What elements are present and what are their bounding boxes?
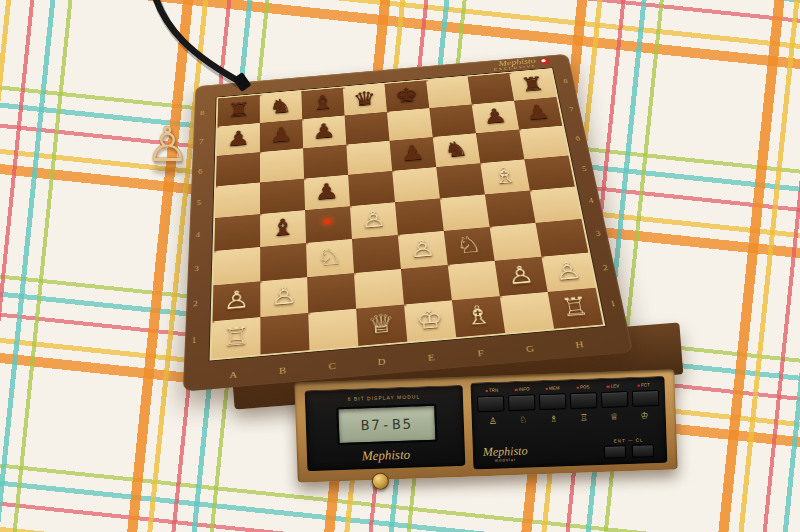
key-row [477,390,659,412]
piece-black-knight[interactable]: ♞ [443,138,470,160]
square-g6[interactable] [476,129,524,163]
piece-white-pawn[interactable]: ♙ [271,282,298,308]
square-h7[interactable]: ♟ [514,97,562,129]
square-d6[interactable] [346,141,392,175]
rank-label-5: 5 [196,186,202,218]
square-a5[interactable] [215,182,260,218]
piece-black-rook[interactable]: ♜ [519,73,546,94]
key-lev[interactable] [601,391,629,408]
square-e8[interactable]: ♚ [384,80,429,112]
square-h3[interactable] [536,219,589,257]
piece-black-pawn[interactable]: ♟ [226,127,250,149]
file-label-h: H [554,337,605,351]
square-f2[interactable] [448,261,500,301]
rank-label-2: 2 [192,285,198,321]
piece-white-knight[interactable]: ♘ [316,244,343,269]
square-f1[interactable]: ♗ [452,296,505,337]
display-module: 8 BIT DISPLAY MODUL B7-B5 Mephisto [305,385,466,471]
piece-black-pawn[interactable]: ♟ [524,101,551,122]
square-c3[interactable]: ♘ [306,239,354,277]
key-label-trn: TRN [477,387,507,393]
piece-white-knight[interactable]: ♘ [454,232,483,257]
square-h1[interactable]: ♖ [548,288,603,329]
key-info[interactable] [508,394,536,411]
square-b6[interactable] [260,148,304,182]
piece-symbol-key-1[interactable]: ♘ [508,414,539,425]
key-trn[interactable] [477,395,505,412]
piece-black-pawn[interactable]: ♟ [312,120,337,142]
piece-white-pawn[interactable]: ♙ [553,258,584,284]
playing-area: ♜♞♝♛♚♜♟♟♟♟♟♟♞♟♗♝♙♘♙♘♙♙♙♙♖♕♔♗♖ [210,68,606,361]
square-g5[interactable]: ♗ [480,159,530,194]
piece-black-pawn[interactable]: ♟ [269,123,293,145]
cl-key[interactable] [632,444,654,458]
square-g7[interactable]: ♟ [472,101,519,134]
square-h4[interactable] [530,187,582,223]
captured-white-pawn[interactable]: ♙ [146,120,189,168]
square-h2[interactable]: ♙ [541,253,595,292]
square-e3[interactable]: ♙ [398,231,448,269]
square-c7[interactable]: ♟ [302,116,346,149]
ent-cl-block: ENT — CL [599,437,660,459]
board-grid: ♜♞♝♛♚♜♟♟♟♟♟♟♞♟♗♝♙♘♙♘♙♙♙♙♖♕♔♗♖ [212,69,604,358]
square-g8[interactable] [468,73,514,104]
piece-white-rook[interactable]: ♖ [223,322,250,350]
key-label-info: INFO [507,386,537,392]
square-c6[interactable] [303,145,348,179]
square-h6[interactable] [519,126,568,160]
rank-label-6: 6 [197,156,202,187]
square-e1[interactable]: ♔ [404,300,456,341]
square-d5[interactable] [348,171,395,206]
square-f5[interactable] [436,163,485,198]
piece-white-pawn[interactable]: ♙ [223,286,250,312]
file-label-d: D [357,354,407,368]
square-e7[interactable] [387,108,433,141]
power-cable [128,0,278,106]
rank-label-2: 2 [599,250,611,285]
square-g4[interactable] [485,190,536,226]
square-e4[interactable] [395,198,444,235]
rank-label-7: 7 [566,95,576,124]
square-a1[interactable]: ♖ [212,317,261,359]
rank-label-3: 3 [194,251,200,286]
piece-white-bishop[interactable]: ♗ [463,301,493,328]
square-a7[interactable]: ♟ [217,123,260,156]
piece-white-bishop[interactable]: ♗ [491,164,519,187]
square-d8[interactable]: ♛ [343,84,387,116]
rank-label-4: 4 [195,218,201,251]
square-c8[interactable]: ♝ [301,88,344,120]
square-f7[interactable] [429,104,476,137]
key-label-mem: MEM [537,385,567,391]
file-label-e: E [406,350,456,364]
square-a3[interactable] [213,247,260,285]
piece-white-pawn[interactable]: ♙ [506,262,536,288]
square-c4[interactable] [305,206,352,243]
rank-label-7: 7 [199,127,204,157]
rank-label-6: 6 [572,123,583,153]
rank-label-8: 8 [560,67,570,95]
square-b7[interactable]: ♟ [260,119,303,152]
square-h8[interactable]: ♜ [509,69,556,100]
piece-symbol-key-4[interactable]: ♕ [599,411,630,422]
key-module-logo: Mephisto modular [483,442,528,464]
display-module-title: 8 BIT DISPLAY MODUL [305,392,463,404]
brand-roundel-icon [540,58,549,65]
piece-black-pawn[interactable]: ♟ [482,105,509,126]
display-module-logo: Mephisto [307,445,465,467]
square-h5[interactable] [524,156,574,191]
square-f3[interactable]: ♘ [444,227,495,265]
square-a4[interactable] [214,214,260,251]
piece-white-pawn[interactable]: ♙ [360,207,387,231]
lcd-display: B7-B5 [336,404,437,445]
square-e2[interactable] [401,265,452,305]
square-f4[interactable] [440,194,490,231]
piece-black-bishop[interactable]: ♝ [311,92,335,113]
key-fct[interactable] [632,390,660,407]
piece-symbol-row: ♙♘♗♖♕♔ [478,410,660,426]
piece-black-bishop[interactable]: ♝ [270,215,296,239]
rank-label-3: 3 [592,216,604,250]
square-c2[interactable] [307,273,356,313]
square-d3[interactable] [352,235,401,273]
file-label-b: B [259,363,309,377]
rank-label-5: 5 [579,153,590,184]
key-label-lev: LEV [598,383,628,389]
key-label-fct: FCT [628,382,658,388]
piece-symbol-key-5[interactable]: ♔ [629,410,660,421]
piece-black-king[interactable]: ♚ [394,84,419,105]
square-g2[interactable]: ♙ [495,257,548,296]
piece-black-pawn[interactable]: ♟ [399,141,425,163]
ent-key[interactable] [604,445,626,459]
rank-label-1: 1 [607,285,620,322]
square-c1[interactable] [308,309,358,350]
piece-black-queen[interactable]: ♛ [352,88,377,109]
square-g1[interactable] [500,292,554,333]
file-label-c: C [308,359,358,373]
rank-label-1: 1 [191,321,197,359]
piece-black-pawn[interactable]: ♟ [314,179,340,202]
square-b4[interactable]: ♝ [260,210,306,247]
key-label-pos: POS [568,384,598,390]
key-pos[interactable] [570,392,598,409]
square-a6[interactable] [216,152,260,186]
file-label-f: F [456,346,507,360]
piece-symbol-key-0[interactable]: ♙ [478,415,509,426]
square-d4[interactable]: ♙ [350,202,398,239]
square-d7[interactable] [345,112,390,145]
key-mem[interactable] [539,393,567,410]
square-a2[interactable]: ♙ [212,281,260,321]
module-drawer[interactable]: 8 BIT DISPLAY MODUL B7-B5 Mephisto TRNIN… [294,369,677,482]
piece-white-rook[interactable]: ♖ [559,293,591,320]
file-label-g: G [505,341,556,355]
square-b2[interactable]: ♙ [260,277,308,317]
square-f8[interactable] [426,77,472,108]
key-module: TRNINFOMEMPOSLEVFCT ♙♘♗♖♕♔ Mephisto modu… [470,376,667,470]
square-g3[interactable] [490,223,542,261]
square-e5[interactable] [392,167,440,202]
rank-label-4: 4 [585,184,596,217]
piece-symbol-key-2[interactable]: ♗ [538,413,569,424]
square-f6[interactable]: ♞ [433,133,481,167]
ent-cl-labels: ENT — CL [599,437,659,444]
square-c5[interactable]: ♟ [304,175,350,210]
file-label-a: A [209,367,259,382]
piece-white-pawn[interactable]: ♙ [408,236,436,261]
square-d2[interactable] [354,269,404,309]
square-d1[interactable]: ♕ [356,305,407,346]
square-b5[interactable] [260,179,305,214]
piece-white-king[interactable]: ♔ [415,306,444,333]
rank-labels-left: 12345678 [191,98,205,358]
piece-white-queen[interactable]: ♕ [367,310,396,337]
piece-symbol-key-3[interactable]: ♖ [569,412,600,423]
square-b3[interactable] [260,243,307,281]
square-e6[interactable]: ♟ [390,137,437,171]
square-b1[interactable] [260,313,309,355]
